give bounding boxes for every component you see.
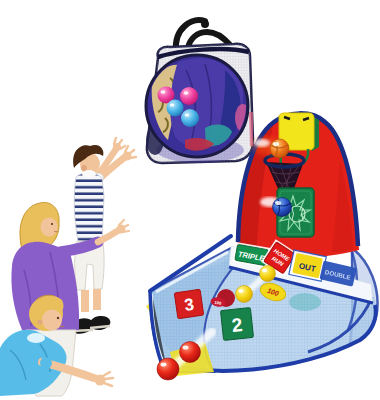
red-ball-2: [157, 358, 179, 380]
yellow-ball-1: [260, 266, 276, 282]
patch-2: 2: [221, 308, 254, 341]
boy-striped-shirt: [74, 173, 104, 243]
play-tent: TRIPLE HOME RUN OUT DOUBLE 100: [135, 108, 380, 400]
product-photo: TRIPLE HOME RUN OUT DOUBLE 100: [0, 0, 380, 400]
patch-3: 3: [174, 289, 203, 318]
two-label: 2: [231, 314, 244, 336]
yellow-ball-2: [236, 286, 253, 303]
toddler-face: [42, 310, 62, 331]
girl-face: [41, 218, 58, 237]
red-ball-1: [180, 342, 201, 363]
children-illustration: [0, 130, 150, 400]
